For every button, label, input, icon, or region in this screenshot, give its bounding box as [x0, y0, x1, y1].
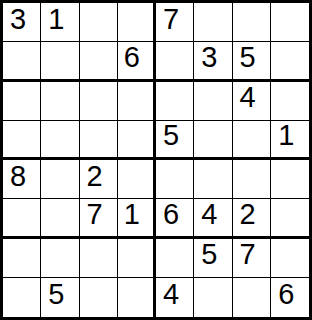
- cell-r6c2[interactable]: [41, 199, 79, 238]
- cell-r7c6[interactable]: 5: [194, 239, 232, 278]
- cell-r7c1[interactable]: [3, 239, 41, 278]
- cell-r8c4[interactable]: [118, 278, 156, 317]
- cell-r3c3[interactable]: [80, 82, 118, 121]
- cell-r3c7[interactable]: 4: [233, 82, 271, 121]
- cell-r1c4[interactable]: [118, 3, 156, 42]
- cell-r2c6[interactable]: 3: [194, 42, 232, 81]
- cell-r8c8[interactable]: 6: [271, 278, 309, 317]
- cell-r4c1[interactable]: [3, 121, 41, 160]
- cell-r4c2[interactable]: [41, 121, 79, 160]
- cell-r2c5[interactable]: [156, 42, 194, 81]
- cell-r8c2[interactable]: 5: [41, 278, 79, 317]
- cell-r5c4[interactable]: [118, 160, 156, 199]
- cell-r1c6[interactable]: [194, 3, 232, 42]
- cell-r8c5[interactable]: 4: [156, 278, 194, 317]
- cell-r1c7[interactable]: [233, 3, 271, 42]
- cell-r3c4[interactable]: [118, 82, 156, 121]
- cell-r2c4[interactable]: 6: [118, 42, 156, 81]
- cell-r1c5[interactable]: 7: [156, 3, 194, 42]
- cell-r7c4[interactable]: [118, 239, 156, 278]
- cell-r4c8[interactable]: 1: [271, 121, 309, 160]
- cell-r3c6[interactable]: [194, 82, 232, 121]
- cell-r5c5[interactable]: [156, 160, 194, 199]
- cell-r2c7[interactable]: 5: [233, 42, 271, 81]
- cell-r6c5[interactable]: 6: [156, 199, 194, 238]
- cell-r5c3[interactable]: 2: [80, 160, 118, 199]
- cell-r7c8[interactable]: [271, 239, 309, 278]
- cell-r6c3[interactable]: 7: [80, 199, 118, 238]
- cell-r5c7[interactable]: [233, 160, 271, 199]
- cell-r2c3[interactable]: [80, 42, 118, 81]
- cell-r5c6[interactable]: [194, 160, 232, 199]
- cell-r2c2[interactable]: [41, 42, 79, 81]
- cell-r8c6[interactable]: [194, 278, 232, 317]
- cell-r7c5[interactable]: [156, 239, 194, 278]
- cell-r1c1[interactable]: 3: [3, 3, 41, 42]
- cell-r1c8[interactable]: [271, 3, 309, 42]
- cell-r7c2[interactable]: [41, 239, 79, 278]
- cell-r6c7[interactable]: 2: [233, 199, 271, 238]
- sudoku-board: 317635451827164257546: [0, 0, 312, 320]
- cell-r2c1[interactable]: [3, 42, 41, 81]
- cell-r4c6[interactable]: [194, 121, 232, 160]
- cell-r6c8[interactable]: [271, 199, 309, 238]
- cell-r5c8[interactable]: [271, 160, 309, 199]
- cell-r6c4[interactable]: 1: [118, 199, 156, 238]
- cell-r7c3[interactable]: [80, 239, 118, 278]
- cell-r1c3[interactable]: [80, 3, 118, 42]
- cell-r3c5[interactable]: [156, 82, 194, 121]
- cell-r6c1[interactable]: [3, 199, 41, 238]
- cell-r6c6[interactable]: 4: [194, 199, 232, 238]
- cell-r2c8[interactable]: [271, 42, 309, 81]
- cell-r4c3[interactable]: [80, 121, 118, 160]
- cell-r4c5[interactable]: 5: [156, 121, 194, 160]
- cell-r5c1[interactable]: 8: [3, 160, 41, 199]
- cell-r8c3[interactable]: [80, 278, 118, 317]
- cell-r3c2[interactable]: [41, 82, 79, 121]
- cell-r3c8[interactable]: [271, 82, 309, 121]
- cell-r7c7[interactable]: 7: [233, 239, 271, 278]
- cell-r3c1[interactable]: [3, 82, 41, 121]
- cell-r8c1[interactable]: [3, 278, 41, 317]
- cell-r4c7[interactable]: [233, 121, 271, 160]
- cell-r4c4[interactable]: [118, 121, 156, 160]
- cell-r8c7[interactable]: [233, 278, 271, 317]
- cell-r1c2[interactable]: 1: [41, 3, 79, 42]
- cell-r5c2[interactable]: [41, 160, 79, 199]
